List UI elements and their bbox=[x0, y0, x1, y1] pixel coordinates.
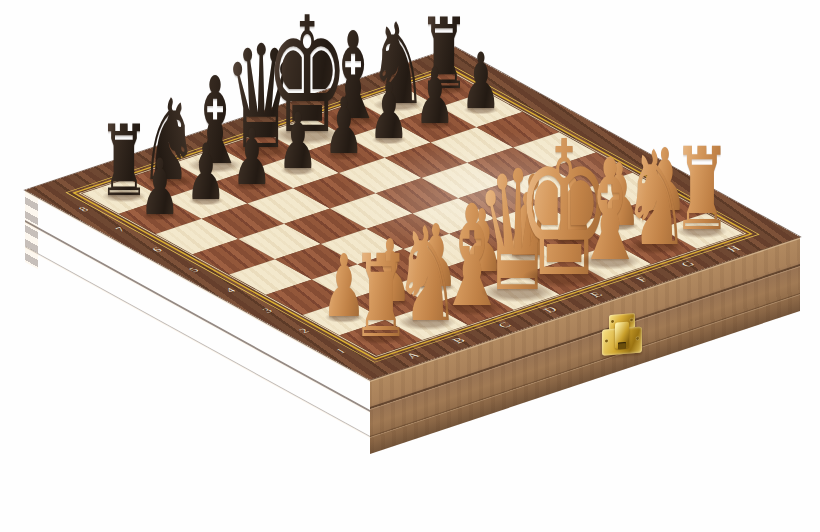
file-label-g: G bbox=[678, 259, 699, 269]
file-label-d: D bbox=[540, 305, 561, 315]
brass-clasp bbox=[602, 313, 642, 362]
rank-label-8: 8 bbox=[75, 205, 92, 213]
file-label-f: F bbox=[633, 275, 652, 284]
rank-label-7: 7 bbox=[112, 225, 129, 233]
rank-label-5: 5 bbox=[185, 266, 202, 274]
rank-label-4: 4 bbox=[222, 286, 239, 294]
file-label-c: C bbox=[495, 320, 516, 329]
rank-label-1: 1 bbox=[332, 347, 349, 355]
chess-set-photo: ABCDEFGH12345678 ♜♞♝♛♚♝♞♜♟♟♟♟♟♟♟♟♟♟♟♟♟♟♟… bbox=[0, 0, 820, 532]
file-label-e: E bbox=[587, 290, 607, 299]
rank-label-2: 2 bbox=[296, 326, 313, 334]
file-label-h: H bbox=[724, 244, 745, 254]
finger-joint-left bbox=[25, 190, 38, 269]
file-label-a: A bbox=[403, 351, 424, 361]
rank-label-6: 6 bbox=[149, 246, 166, 254]
file-label-b: B bbox=[449, 336, 470, 345]
clasp-slot bbox=[618, 342, 626, 350]
rank-label-3: 3 bbox=[259, 306, 276, 314]
